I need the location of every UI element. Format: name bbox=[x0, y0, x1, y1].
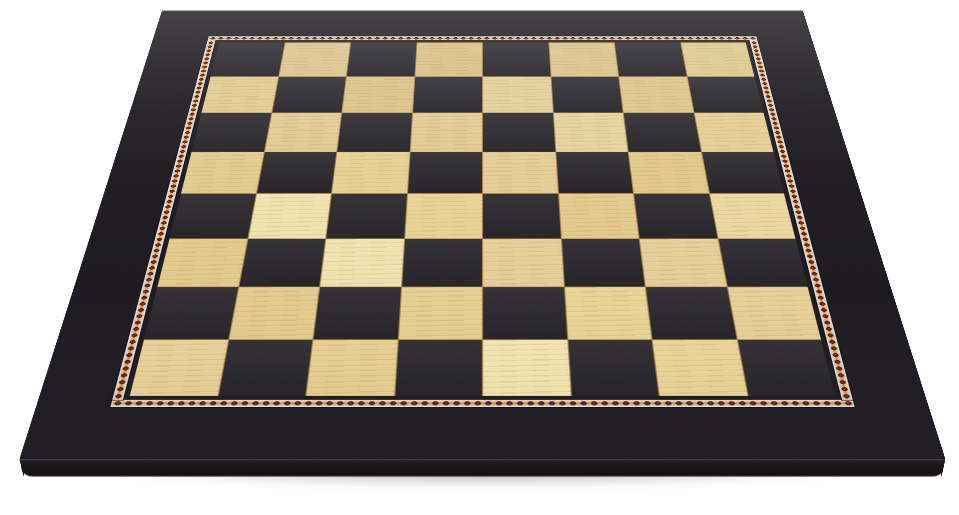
square-b3 bbox=[239, 239, 325, 287]
square-c8 bbox=[347, 43, 416, 77]
square-b5 bbox=[257, 152, 337, 193]
square-g8 bbox=[615, 43, 686, 77]
board-front-edge bbox=[20, 459, 946, 477]
square-d4 bbox=[405, 194, 482, 238]
board-back-edge-highlight bbox=[164, 10, 802, 12]
board-grid bbox=[130, 43, 835, 396]
square-g4 bbox=[634, 194, 717, 238]
inlay-border-right bbox=[750, 40, 853, 399]
square-d3 bbox=[402, 239, 482, 287]
square-f1 bbox=[568, 340, 659, 396]
square-b4 bbox=[248, 194, 331, 238]
square-h7 bbox=[687, 77, 763, 113]
square-c6 bbox=[337, 113, 411, 151]
inlay-border-top bbox=[208, 36, 758, 40]
square-c4 bbox=[326, 194, 406, 238]
square-a4 bbox=[170, 194, 256, 238]
square-f5 bbox=[556, 152, 633, 193]
square-e3 bbox=[483, 239, 563, 287]
square-g1 bbox=[653, 340, 747, 396]
square-f8 bbox=[549, 43, 618, 77]
square-a3 bbox=[157, 239, 246, 287]
square-c3 bbox=[320, 239, 403, 287]
square-g2 bbox=[646, 287, 736, 339]
inlay-border-bottom bbox=[110, 400, 854, 407]
square-b2 bbox=[229, 287, 319, 339]
square-b6 bbox=[264, 113, 341, 151]
square-f4 bbox=[559, 194, 639, 238]
square-h1 bbox=[737, 340, 835, 396]
square-b1 bbox=[218, 340, 312, 396]
square-c1 bbox=[306, 340, 397, 396]
square-d8 bbox=[415, 43, 482, 77]
square-h4 bbox=[710, 194, 796, 238]
square-h6 bbox=[694, 113, 773, 151]
square-e4 bbox=[483, 194, 560, 238]
square-f6 bbox=[553, 113, 627, 151]
square-b7 bbox=[272, 77, 346, 113]
board-top-surface bbox=[20, 10, 946, 459]
square-a7 bbox=[202, 77, 278, 113]
square-g5 bbox=[629, 152, 709, 193]
square-f3 bbox=[561, 239, 644, 287]
square-e8 bbox=[483, 43, 550, 77]
square-d7 bbox=[413, 77, 482, 113]
square-e6 bbox=[483, 113, 555, 151]
square-d1 bbox=[395, 340, 482, 396]
square-d2 bbox=[398, 287, 482, 339]
square-a1 bbox=[130, 340, 228, 396]
square-e2 bbox=[483, 287, 567, 339]
square-c7 bbox=[342, 77, 414, 113]
square-a8 bbox=[211, 43, 285, 77]
square-h8 bbox=[681, 43, 755, 77]
square-c5 bbox=[332, 152, 409, 193]
square-c2 bbox=[314, 287, 401, 339]
square-g6 bbox=[624, 113, 701, 151]
square-d5 bbox=[408, 152, 482, 193]
board-3d-scene bbox=[104, 0, 861, 515]
chess-board bbox=[20, 10, 946, 459]
square-h5 bbox=[702, 152, 784, 193]
square-f2 bbox=[564, 287, 651, 339]
square-e7 bbox=[483, 77, 552, 113]
square-f7 bbox=[551, 77, 623, 113]
square-g3 bbox=[640, 239, 726, 287]
square-a6 bbox=[192, 113, 271, 151]
square-a2 bbox=[144, 287, 237, 339]
square-b8 bbox=[279, 43, 350, 77]
square-d6 bbox=[410, 113, 482, 151]
square-h2 bbox=[727, 287, 820, 339]
square-g7 bbox=[619, 77, 693, 113]
product-photo bbox=[0, 0, 959, 515]
inlay-border-left bbox=[112, 40, 215, 399]
square-h3 bbox=[718, 239, 807, 287]
square-e5 bbox=[483, 152, 557, 193]
square-e1 bbox=[483, 340, 570, 396]
square-a5 bbox=[181, 152, 263, 193]
